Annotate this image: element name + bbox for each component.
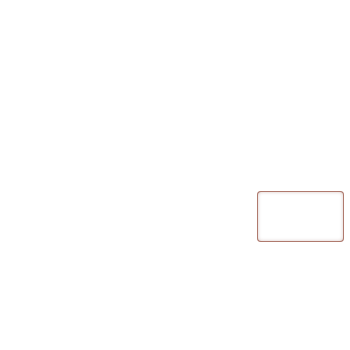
- mold-top-view-thumbnail: [257, 191, 344, 242]
- madeleine-mold-main-view: [0, 0, 350, 350]
- product-photo: [0, 0, 350, 350]
- mold-side-view-thumbnail: [257, 247, 344, 257]
